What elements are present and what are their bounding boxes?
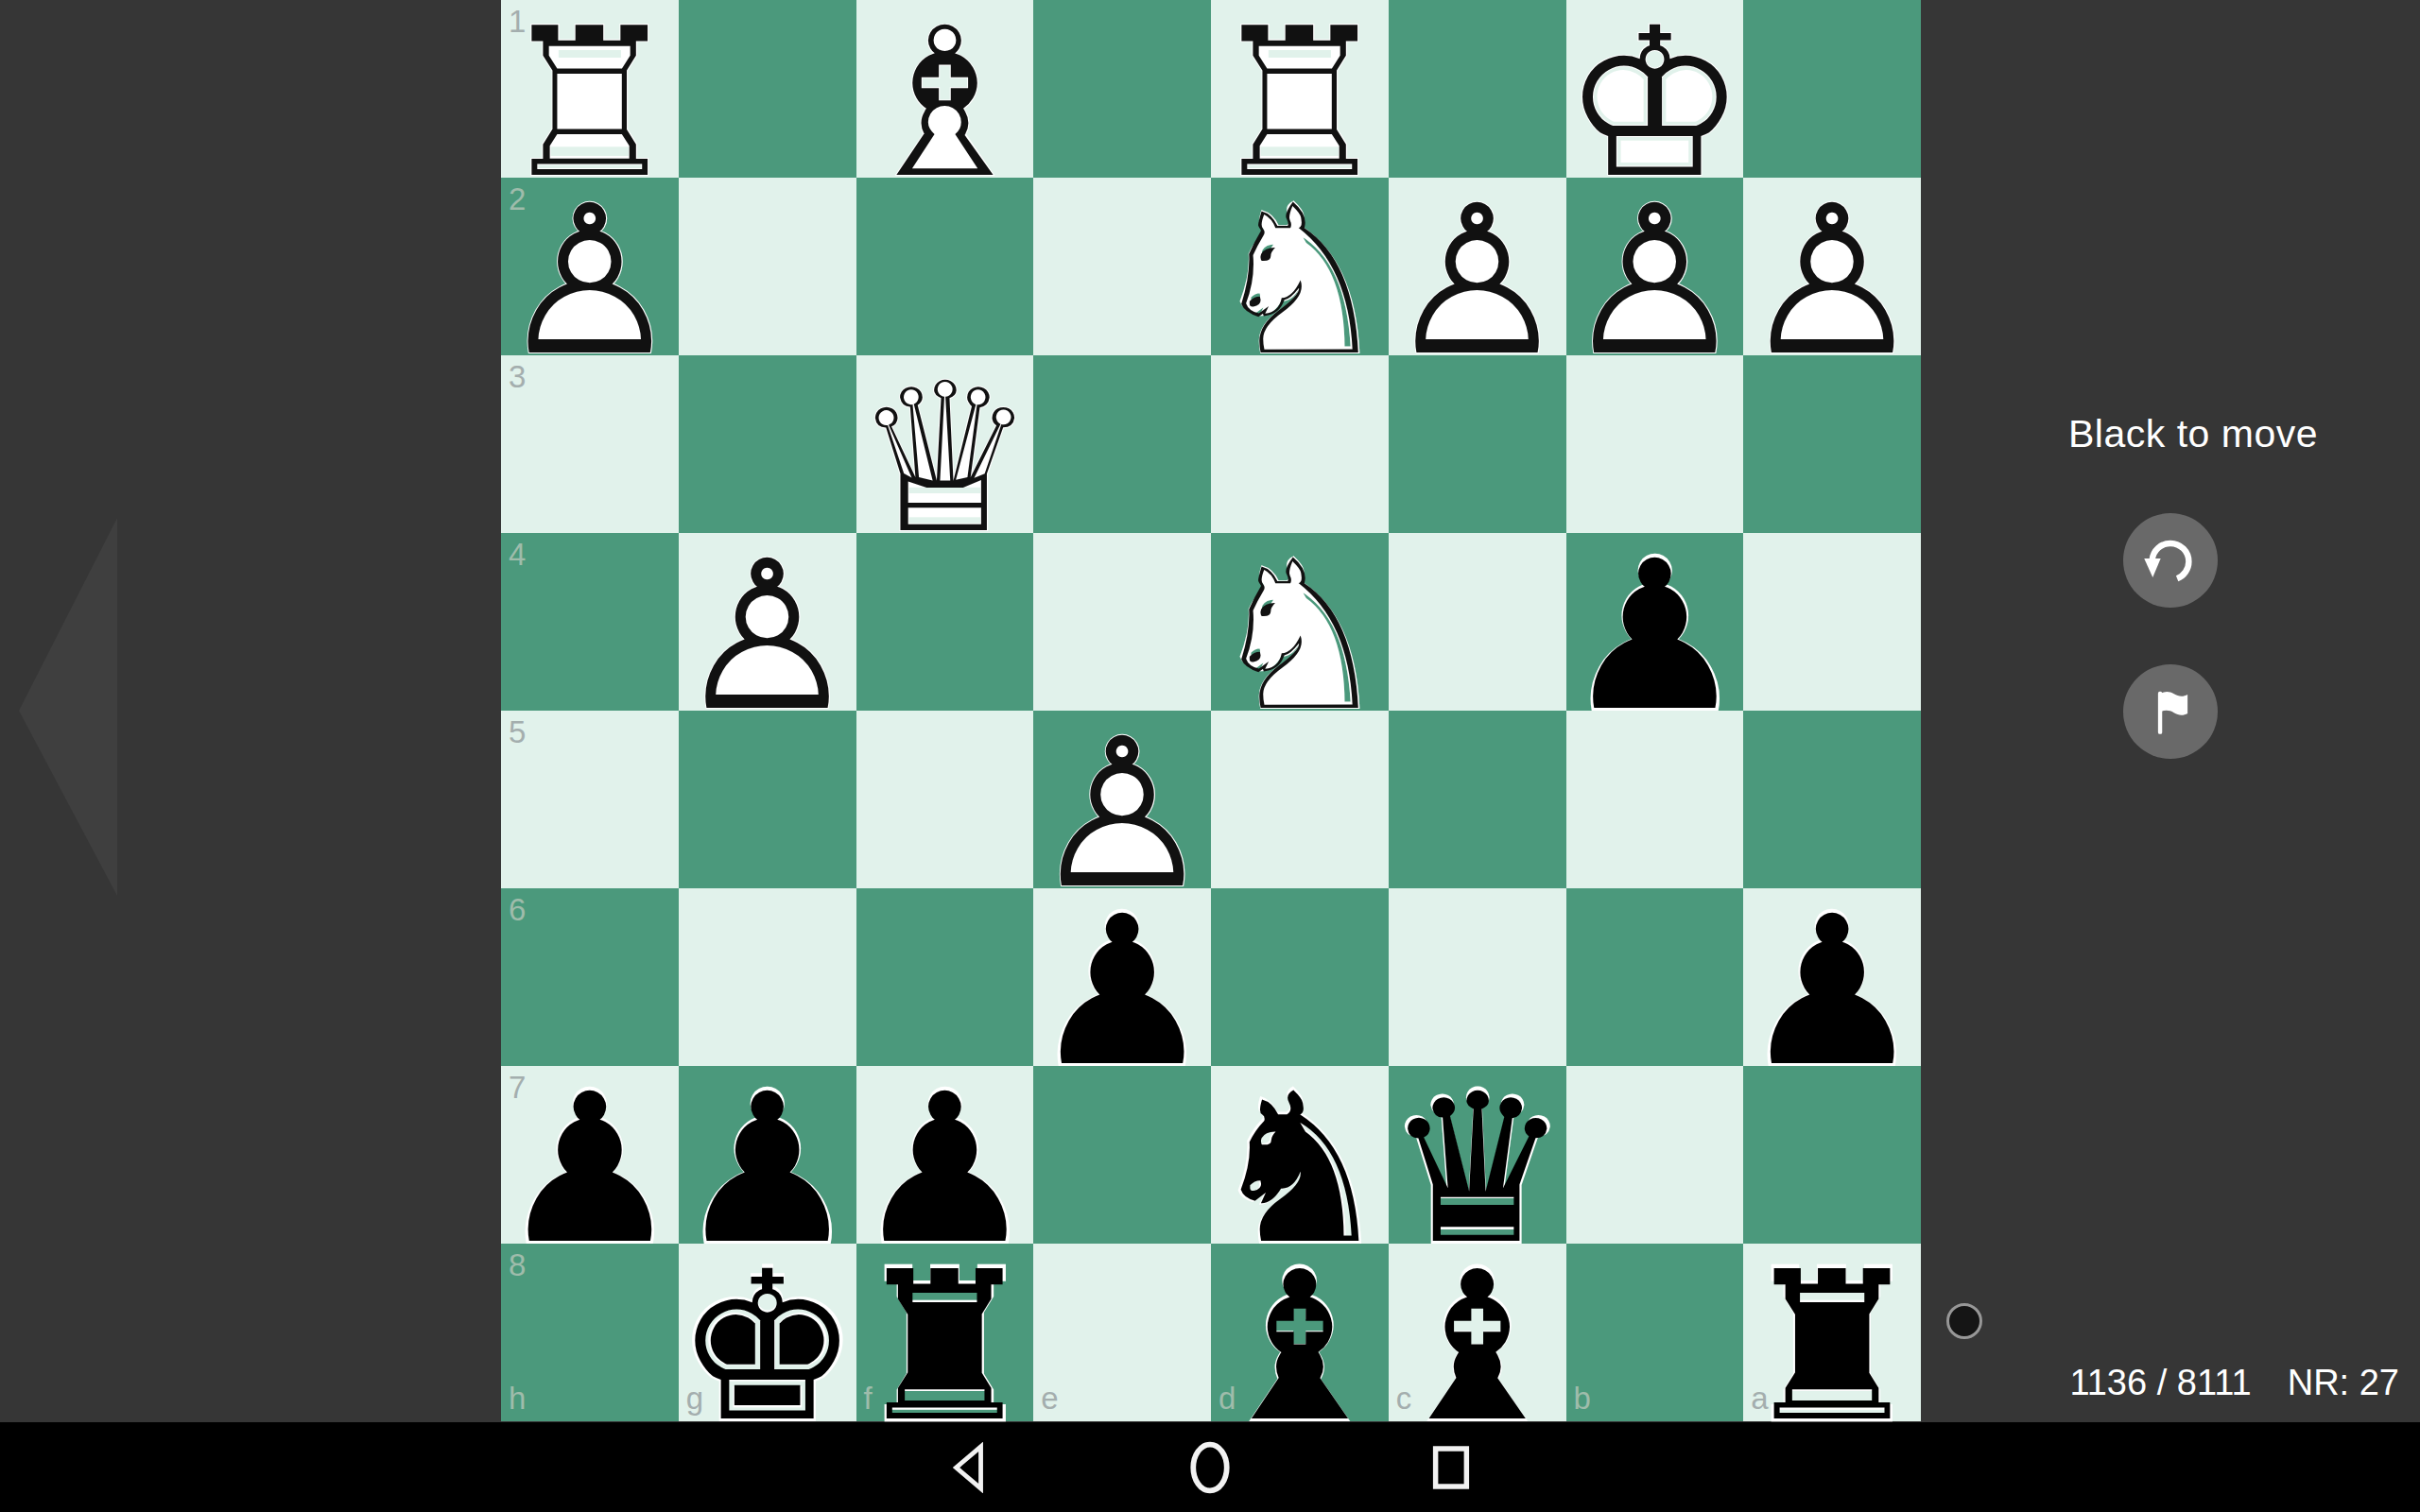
home-circle-icon — [1188, 1440, 1232, 1495]
square-c1[interactable] — [1389, 0, 1566, 178]
square-a6[interactable]: ♟♟ — [1743, 888, 1921, 1066]
undo-button[interactable] — [2123, 513, 2218, 608]
white-rook: ♜♖ — [1211, 0, 1389, 178]
app-screen: 1♜♖♝♗♜♖♚♔2♟♙♞♘♟♙♟♙♟♙3♛♕4♟♙♞♘♟♟5♟♙6♟♟♟♟7♟… — [0, 0, 2420, 1512]
square-b2[interactable]: ♟♙ — [1566, 178, 1744, 355]
square-e7[interactable] — [1033, 1066, 1211, 1244]
square-g2[interactable] — [679, 178, 856, 355]
square-d2[interactable]: ♞♘ — [1211, 178, 1389, 355]
black-queen: ♛♛ — [1389, 1066, 1566, 1244]
square-f7[interactable]: ♟♟ — [856, 1066, 1034, 1244]
square-b7[interactable] — [1566, 1066, 1744, 1244]
file-label-g: g — [686, 1383, 703, 1414]
file-label-b: b — [1574, 1383, 1591, 1414]
square-c3[interactable] — [1389, 355, 1566, 533]
square-h7[interactable]: 7♟♟ — [501, 1066, 679, 1244]
flag-button[interactable] — [2123, 664, 2218, 759]
square-g7[interactable]: ♟♟ — [679, 1066, 856, 1244]
square-c6[interactable] — [1389, 888, 1566, 1066]
rank-label-4: 4 — [509, 539, 526, 570]
file-label-d: d — [1219, 1383, 1236, 1414]
square-h5[interactable]: 5 — [501, 711, 679, 888]
file-label-f: f — [864, 1383, 873, 1414]
square-h4[interactable]: 4 — [501, 533, 679, 711]
square-f1[interactable]: ♝♗ — [856, 0, 1034, 178]
square-d8[interactable]: d♝♝ — [1211, 1244, 1389, 1421]
square-f4[interactable] — [856, 533, 1034, 711]
white-pawn: ♟♙ — [1033, 711, 1211, 888]
black-pawn: ♟♟ — [1033, 888, 1211, 1066]
square-g1[interactable] — [679, 0, 856, 178]
white-pawn: ♟♙ — [501, 178, 679, 355]
rank-label-1: 1 — [509, 6, 526, 37]
rank-label-3: 3 — [509, 361, 526, 392]
square-a2[interactable]: ♟♙ — [1743, 178, 1921, 355]
square-a4[interactable] — [1743, 533, 1921, 711]
square-g6[interactable] — [679, 888, 856, 1066]
file-label-c: c — [1396, 1383, 1412, 1414]
home-button[interactable] — [1153, 1422, 1267, 1512]
square-e3[interactable] — [1033, 355, 1211, 533]
file-label-a: a — [1751, 1383, 1768, 1414]
black-pawn: ♟♟ — [501, 1066, 679, 1244]
white-rook: ♜♖ — [501, 0, 679, 178]
back-triangle-icon — [949, 1442, 989, 1493]
square-b1[interactable]: ♚♔ — [1566, 0, 1744, 178]
square-c5[interactable] — [1389, 711, 1566, 888]
black-pawn: ♟♟ — [856, 1066, 1034, 1244]
square-g4[interactable]: ♟♙ — [679, 533, 856, 711]
white-pawn: ♟♙ — [679, 533, 856, 711]
white-knight: ♞♘ — [1211, 178, 1389, 355]
square-d1[interactable]: ♜♖ — [1211, 0, 1389, 178]
progress-counter: 1136 / 8111 — [2069, 1363, 2251, 1403]
square-a5[interactable] — [1743, 711, 1921, 888]
square-b8[interactable]: b — [1566, 1244, 1744, 1421]
white-pawn: ♟♙ — [1743, 178, 1921, 355]
square-h2[interactable]: 2♟♙ — [501, 178, 679, 355]
white-bishop: ♝♗ — [856, 0, 1034, 178]
puzzle-footer: 1136 / 8111 NR: 27 — [2069, 1363, 2399, 1403]
rank-label-6: 6 — [509, 894, 526, 925]
square-h6[interactable]: 6 — [501, 888, 679, 1066]
square-g3[interactable] — [679, 355, 856, 533]
square-f8[interactable]: f♜♜ — [856, 1244, 1034, 1421]
black-bishop: ♝♝ — [1389, 1244, 1566, 1421]
rank-label-2: 2 — [509, 183, 526, 215]
rank-label-8: 8 — [509, 1249, 526, 1280]
white-knight: ♞♘ — [1211, 533, 1389, 711]
square-e8[interactable]: e — [1033, 1244, 1211, 1421]
flag-icon — [2142, 683, 2199, 740]
black-rook: ♜♜ — [856, 1244, 1034, 1421]
square-h1[interactable]: 1♜♖ — [501, 0, 679, 178]
square-h8[interactable]: 8h — [501, 1244, 679, 1421]
recents-square-icon — [1432, 1445, 1470, 1490]
square-e2[interactable] — [1033, 178, 1211, 355]
black-rook: ♜♜ — [1743, 1244, 1921, 1421]
chess-board: 1♜♖♝♗♜♖♚♔2♟♙♞♘♟♙♟♙♟♙3♛♕4♟♙♞♘♟♟5♟♙6♟♟♟♟7♟… — [501, 0, 1921, 1421]
back-button[interactable] — [912, 1422, 1026, 1512]
square-f2[interactable] — [856, 178, 1034, 355]
black-pawn: ♟♟ — [1743, 888, 1921, 1066]
black-pawn: ♟♟ — [1566, 533, 1744, 711]
square-f3[interactable]: ♛♕ — [856, 355, 1034, 533]
square-d6[interactable] — [1211, 888, 1389, 1066]
black-bishop: ♝♝ — [1211, 1244, 1389, 1421]
square-c2[interactable]: ♟♙ — [1389, 178, 1566, 355]
square-g5[interactable] — [679, 711, 856, 888]
chevron-left-icon — [19, 518, 117, 896]
rank-label-5: 5 — [509, 716, 526, 747]
white-queen: ♛♕ — [856, 355, 1034, 533]
black-king: ♚♚ — [679, 1244, 856, 1421]
square-f5[interactable] — [856, 711, 1034, 888]
square-e1[interactable] — [1033, 0, 1211, 178]
white-pawn: ♟♙ — [1566, 178, 1744, 355]
file-label-e: e — [1041, 1383, 1058, 1414]
undo-rotate-icon — [2141, 531, 2200, 590]
recents-button[interactable] — [1394, 1422, 1508, 1512]
square-e6[interactable]: ♟♟ — [1033, 888, 1211, 1066]
square-a1[interactable] — [1743, 0, 1921, 178]
rank-label-7: 7 — [509, 1072, 526, 1103]
square-a3[interactable] — [1743, 355, 1921, 533]
white-pawn: ♟♙ — [1389, 178, 1566, 355]
square-c8[interactable]: c♝♝ — [1389, 1244, 1566, 1421]
white-king: ♚♔ — [1566, 0, 1744, 178]
puzzle-number: NR: 27 — [2288, 1363, 2399, 1403]
square-d4[interactable]: ♞♘ — [1211, 533, 1389, 711]
square-b5[interactable] — [1566, 711, 1744, 888]
square-d7[interactable]: ♞♞ — [1211, 1066, 1389, 1244]
square-a8[interactable]: a♜♜ — [1743, 1244, 1921, 1421]
square-d5[interactable] — [1211, 711, 1389, 888]
square-d3[interactable] — [1211, 355, 1389, 533]
square-a7[interactable] — [1743, 1066, 1921, 1244]
black-knight: ♞♞ — [1211, 1066, 1389, 1244]
square-f6[interactable] — [856, 888, 1034, 1066]
square-b6[interactable] — [1566, 888, 1744, 1066]
square-e4[interactable] — [1033, 533, 1211, 711]
square-b3[interactable] — [1566, 355, 1744, 533]
square-h3[interactable]: 3 — [501, 355, 679, 533]
square-e5[interactable]: ♟♙ — [1033, 711, 1211, 888]
black-pawn: ♟♟ — [679, 1066, 856, 1244]
status-text: Black to move — [2014, 412, 2373, 456]
square-c7[interactable]: ♛♛ — [1389, 1066, 1566, 1244]
previous-arrow[interactable] — [19, 516, 117, 898]
android-nav-bar — [0, 1422, 2420, 1512]
square-b4[interactable]: ♟♟ — [1566, 533, 1744, 711]
square-g8[interactable]: g♚♚ — [679, 1244, 856, 1421]
square-c4[interactable] — [1389, 533, 1566, 711]
black-to-move-indicator-dot — [1946, 1303, 1982, 1339]
file-label-h: h — [509, 1383, 526, 1414]
